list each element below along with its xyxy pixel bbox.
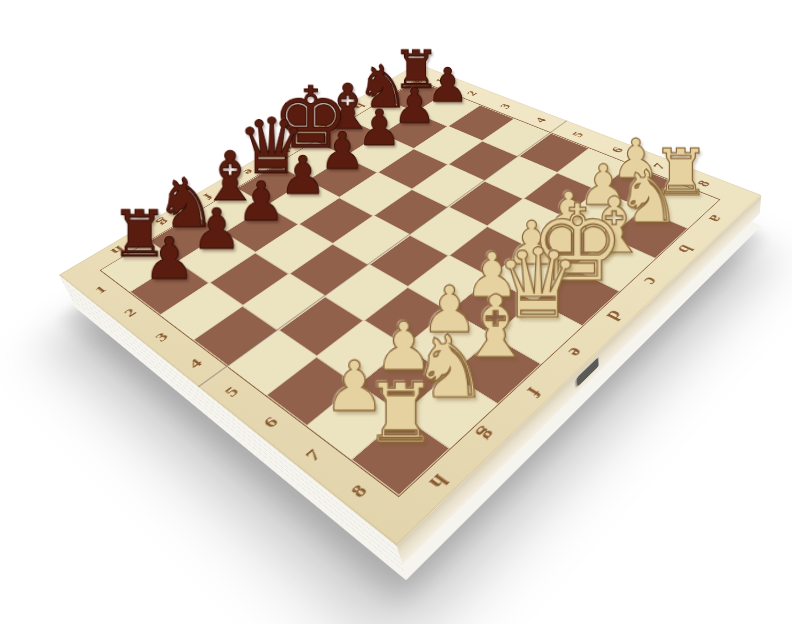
chess-board: 12345678 12345678 abcdefgh abcdefgh ♜♟♟♜…	[59, 64, 762, 546]
perspective-wrapper: 12345678 12345678 abcdefgh abcdefgh ♜♟♟♜…	[0, 0, 792, 624]
photo-scene: 12345678 12345678 abcdefgh abcdefgh ♜♟♟♜…	[0, 0, 792, 624]
